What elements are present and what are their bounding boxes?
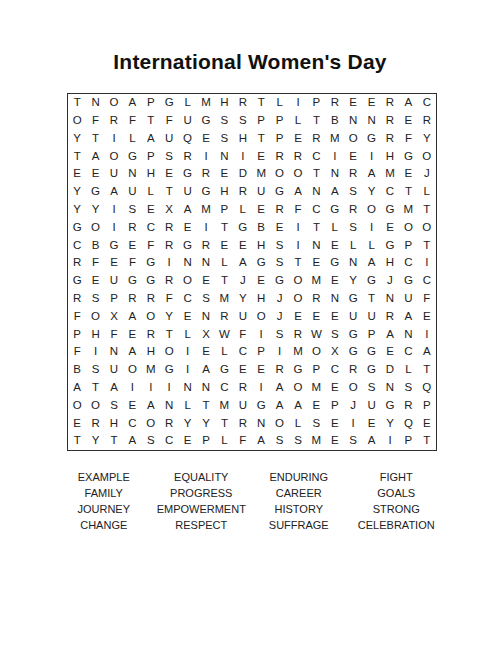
- grid-cell: S: [307, 414, 325, 432]
- grid-cell: R: [197, 236, 215, 254]
- grid-cell: U: [178, 112, 196, 130]
- grid-cell: B: [86, 236, 104, 254]
- grid-cell: O: [68, 112, 86, 130]
- grid-cell: Y: [197, 414, 215, 432]
- grid-cell: E: [344, 147, 362, 165]
- grid-cell: F: [68, 343, 86, 361]
- grid-cell: G: [381, 236, 399, 254]
- word-item: JOURNEY: [55, 501, 153, 517]
- grid-cell: E: [252, 147, 270, 165]
- grid-cell: J: [381, 272, 399, 290]
- grid-cell: H: [142, 165, 160, 183]
- grid-cell: L: [270, 94, 288, 112]
- grid-cell: O: [289, 379, 307, 397]
- grid-cell: R: [344, 201, 362, 219]
- grid-cell: N: [326, 290, 344, 308]
- grid-cell: L: [289, 414, 307, 432]
- grid-cell: N: [381, 290, 399, 308]
- grid-cell: G: [344, 343, 362, 361]
- grid-cell: F: [399, 130, 417, 148]
- grid-cell: S: [270, 254, 288, 272]
- grid-cell: A: [178, 201, 196, 219]
- grid-cell: E: [326, 379, 344, 397]
- grid-cell: G: [326, 254, 344, 272]
- grid-cell: P: [307, 361, 325, 379]
- grid-cell: G: [362, 272, 380, 290]
- grid-cell: U: [234, 397, 252, 415]
- grid-cell: E: [252, 272, 270, 290]
- grid-cell: F: [142, 236, 160, 254]
- grid-cell: O: [105, 94, 123, 112]
- grid-cell: S: [197, 290, 215, 308]
- grid-cell: S: [160, 147, 178, 165]
- grid-cell: O: [289, 165, 307, 183]
- grid-cell: T: [418, 201, 436, 219]
- grid-cell: T: [68, 432, 86, 450]
- grid-cell: A: [234, 254, 252, 272]
- grid-cell: R: [234, 379, 252, 397]
- grid-cell: R: [142, 325, 160, 343]
- grid-cell: H: [142, 343, 160, 361]
- grid-cell: E: [252, 201, 270, 219]
- grid-cell: U: [123, 183, 141, 201]
- grid-cell: O: [160, 343, 178, 361]
- grid-cell: H: [381, 147, 399, 165]
- grid-cell: J: [418, 165, 436, 183]
- grid-cell: C: [326, 361, 344, 379]
- grid-cell: T: [418, 236, 436, 254]
- grid-cell: C: [234, 343, 252, 361]
- word-list-column: FIGHTGOALSSTRONGCELEBRATION: [348, 469, 446, 533]
- grid-cell: E: [178, 432, 196, 450]
- grid-cell: G: [344, 290, 362, 308]
- grid-cell: R: [160, 236, 178, 254]
- grid-cell: E: [197, 272, 215, 290]
- grid-cell: A: [123, 343, 141, 361]
- grid-cell: T: [68, 94, 86, 112]
- grid-cell: L: [178, 325, 196, 343]
- grid-cell: S: [362, 379, 380, 397]
- grid-cell: G: [381, 201, 399, 219]
- grid-cell: S: [215, 130, 233, 148]
- grid-cell: A: [399, 94, 417, 112]
- grid-cell: I: [197, 219, 215, 237]
- grid-cell: N: [178, 379, 196, 397]
- word-item: SUFFRAGE: [250, 517, 348, 533]
- grid-cell: N: [215, 147, 233, 165]
- grid-cell: T: [215, 272, 233, 290]
- grid-cell: E: [381, 219, 399, 237]
- grid-cell: R: [86, 414, 104, 432]
- grid-cell: A: [105, 183, 123, 201]
- grid-cell: U: [234, 308, 252, 326]
- grid-cell: M: [399, 201, 417, 219]
- grid-cell: U: [105, 272, 123, 290]
- grid-cell: R: [307, 130, 325, 148]
- grid-cell: N: [197, 254, 215, 272]
- grid-cell: I: [234, 147, 252, 165]
- grid-cell: O: [142, 308, 160, 326]
- grid-cell: E: [160, 165, 178, 183]
- grid-cell: D: [381, 361, 399, 379]
- grid-cell: N: [326, 165, 344, 183]
- grid-cell: C: [418, 272, 436, 290]
- grid-cell: N: [86, 94, 104, 112]
- grid-cell: A: [399, 308, 417, 326]
- grid-cell: I: [418, 254, 436, 272]
- grid-cell: F: [86, 254, 104, 272]
- grid-cell: O: [270, 414, 288, 432]
- grid-cell: U: [252, 183, 270, 201]
- grid-cell: S: [399, 379, 417, 397]
- grid-cell: A: [326, 183, 344, 201]
- grid-cell: E: [307, 397, 325, 415]
- grid-cell: S: [142, 432, 160, 450]
- grid-cell: E: [362, 414, 380, 432]
- grid-cell: G: [270, 272, 288, 290]
- grid-cell: M: [326, 130, 344, 148]
- grid-cell: E: [68, 414, 86, 432]
- grid-cell: R: [160, 414, 178, 432]
- grid-cell: G: [252, 397, 270, 415]
- word-item: CAREER: [250, 485, 348, 501]
- grid-cell: G: [142, 254, 160, 272]
- grid-cell: Y: [362, 183, 380, 201]
- grid-cell: G: [197, 112, 215, 130]
- grid-cell: N: [399, 325, 417, 343]
- grid-cell: T: [68, 147, 86, 165]
- grid-cell: L: [362, 236, 380, 254]
- grid-cell: T: [307, 219, 325, 237]
- word-item: HISTORY: [250, 501, 348, 517]
- grid-cell: L: [326, 219, 344, 237]
- word-item: PROGRESS: [153, 485, 251, 501]
- grid-cell: G: [178, 236, 196, 254]
- grid-cell: T: [160, 183, 178, 201]
- word-item: EXAMPLE: [55, 469, 153, 485]
- word-list-column: EQUALITYPROGRESSEMPOWERMENTRESPECT: [153, 469, 251, 533]
- grid-cell: M: [215, 397, 233, 415]
- grid-cell: A: [362, 254, 380, 272]
- grid-cell: T: [252, 130, 270, 148]
- grid-cell: R: [381, 130, 399, 148]
- grid-cell: I: [252, 379, 270, 397]
- grid-cell: R: [234, 94, 252, 112]
- grid-cell: P: [307, 94, 325, 112]
- grid-cell: O: [105, 147, 123, 165]
- grid-cell: P: [399, 432, 417, 450]
- grid-cell: T: [215, 219, 233, 237]
- grid-cell: L: [418, 183, 436, 201]
- grid-cell: J: [234, 272, 252, 290]
- grid-cell: Q: [399, 414, 417, 432]
- grid-cell: G: [68, 219, 86, 237]
- grid-cell: N: [344, 254, 362, 272]
- grid-cell: Y: [68, 201, 86, 219]
- grid-cell: R: [270, 201, 288, 219]
- grid-cell: H: [252, 290, 270, 308]
- grid-cell: C: [307, 147, 325, 165]
- grid-cell: Y: [344, 272, 362, 290]
- grid-cell: A: [381, 325, 399, 343]
- grid-cell: G: [142, 272, 160, 290]
- grid-cell: C: [178, 290, 196, 308]
- grid-cell: E: [326, 308, 344, 326]
- grid-cell: E: [344, 94, 362, 112]
- grid-cell: R: [270, 147, 288, 165]
- grid-cell: G: [197, 183, 215, 201]
- grid-cell: A: [362, 432, 380, 450]
- grid-cell: O: [68, 397, 86, 415]
- grid-cell: J: [270, 308, 288, 326]
- grid-cell: B: [252, 219, 270, 237]
- puzzle-title: International Women's Day: [0, 50, 500, 74]
- grid-cell: O: [344, 130, 362, 148]
- grid-cell: P: [215, 201, 233, 219]
- grid-cell: I: [160, 379, 178, 397]
- grid-cell: L: [234, 201, 252, 219]
- grid-cell: X: [160, 201, 178, 219]
- grid-cell: N: [307, 236, 325, 254]
- grid-cell: N: [160, 397, 178, 415]
- grid-cell: E: [399, 165, 417, 183]
- grid-cell: E: [123, 236, 141, 254]
- grid-cell: T: [86, 379, 104, 397]
- grid-cell: I: [418, 325, 436, 343]
- grid-cell: I: [289, 219, 307, 237]
- grid-cell: C: [142, 219, 160, 237]
- grid-cell: O: [142, 414, 160, 432]
- word-search-grid: TNOAPGLMHRTLIPREERACOFRFTFUGSSPPLTBNNRER…: [67, 93, 437, 451]
- grid-cell: O: [86, 219, 104, 237]
- grid-cell: Y: [381, 414, 399, 432]
- grid-cell: R: [197, 165, 215, 183]
- grid-cell: Y: [86, 432, 104, 450]
- grid-cell: I: [381, 432, 399, 450]
- grid-cell: E: [381, 343, 399, 361]
- grid-cell: Y: [160, 308, 178, 326]
- grid-cell: L: [215, 432, 233, 450]
- grid-cell: I: [197, 147, 215, 165]
- grid-cell: G: [362, 130, 380, 148]
- grid-cell: E: [197, 130, 215, 148]
- grid-cell: O: [344, 379, 362, 397]
- grid-cell: E: [105, 254, 123, 272]
- grid-cell: P: [252, 343, 270, 361]
- grid-cell: H: [215, 183, 233, 201]
- grid-cell: E: [68, 165, 86, 183]
- word-item: FAMILY: [55, 485, 153, 501]
- grid-cell: T: [418, 361, 436, 379]
- grid-cell: M: [289, 343, 307, 361]
- grid-cell: A: [362, 165, 380, 183]
- grid-cell: F: [234, 325, 252, 343]
- grid-cell: P: [399, 236, 417, 254]
- grid-cell: X: [326, 343, 344, 361]
- grid-cell: R: [381, 308, 399, 326]
- grid-cell: Q: [418, 379, 436, 397]
- grid-cell: A: [123, 94, 141, 112]
- grid-cell: N: [105, 343, 123, 361]
- grid-cell: A: [123, 308, 141, 326]
- grid-cell: G: [270, 183, 288, 201]
- grid-cell: O: [418, 219, 436, 237]
- grid-cell: C: [307, 201, 325, 219]
- grid-cell: P: [105, 290, 123, 308]
- grid-cell: T: [142, 112, 160, 130]
- grid-cell: M: [307, 272, 325, 290]
- grid-cell: O: [289, 290, 307, 308]
- grid-cell: A: [142, 130, 160, 148]
- grid-cell: I: [289, 236, 307, 254]
- grid-cell: S: [344, 183, 362, 201]
- grid-cell: G: [344, 325, 362, 343]
- grid-cell: M: [142, 361, 160, 379]
- grid-cell: S: [344, 432, 362, 450]
- grid-cell: T: [307, 165, 325, 183]
- grid-cell: T: [418, 432, 436, 450]
- word-list-column: ENDURINGCAREERHISTORYSUFFRAGE: [250, 469, 348, 533]
- grid-cell: T: [252, 94, 270, 112]
- grid-cell: L: [399, 361, 417, 379]
- grid-cell: T: [160, 325, 178, 343]
- grid-cell: E: [326, 272, 344, 290]
- grid-cell: E: [178, 308, 196, 326]
- grid-cell: O: [86, 308, 104, 326]
- grid-cell: L: [178, 397, 196, 415]
- grid-cell: X: [105, 308, 123, 326]
- grid-cell: O: [123, 361, 141, 379]
- grid-cell: E: [399, 112, 417, 130]
- grid-cell: O: [289, 272, 307, 290]
- grid-cell: E: [307, 254, 325, 272]
- grid-cell: I: [344, 414, 362, 432]
- grid-cell: I: [289, 94, 307, 112]
- grid-cell: A: [68, 379, 86, 397]
- grid-cell: C: [381, 183, 399, 201]
- word-item: ENDURING: [250, 469, 348, 485]
- grid-cell: E: [270, 219, 288, 237]
- grid-cell: C: [399, 343, 417, 361]
- grid-cell: A: [123, 432, 141, 450]
- grid-cell: G: [160, 361, 178, 379]
- grid-cell: U: [160, 130, 178, 148]
- grid-cell: R: [418, 112, 436, 130]
- grid-cell: I: [178, 343, 196, 361]
- grid-cell: Y: [418, 130, 436, 148]
- grid-cell: A: [86, 147, 104, 165]
- grid-cell: H: [252, 236, 270, 254]
- grid-cell: F: [68, 308, 86, 326]
- grid-cell: R: [160, 272, 178, 290]
- grid-cell: N: [344, 112, 362, 130]
- grid-cell: O: [86, 397, 104, 415]
- grid-cell: I: [252, 325, 270, 343]
- grid-cell: Y: [178, 414, 196, 432]
- grid-cell: R: [123, 290, 141, 308]
- word-item: FIGHT: [348, 469, 446, 485]
- grid-cell: F: [123, 112, 141, 130]
- grid-cell: E: [289, 130, 307, 148]
- grid-cell: P: [326, 397, 344, 415]
- grid-cell: E: [234, 361, 252, 379]
- grid-cell: E: [178, 219, 196, 237]
- grid-cell: N: [197, 308, 215, 326]
- grid-cell: S: [344, 219, 362, 237]
- grid-cell: W: [307, 325, 325, 343]
- grid-cell: O: [252, 308, 270, 326]
- grid-cell: I: [270, 343, 288, 361]
- grid-cell: E: [362, 94, 380, 112]
- grid-cell: G: [86, 183, 104, 201]
- grid-cell: F: [418, 290, 436, 308]
- grid-cell: S: [86, 290, 104, 308]
- grid-cell: L: [215, 343, 233, 361]
- grid-cell: Y: [86, 201, 104, 219]
- grid-cell: X: [197, 325, 215, 343]
- grid-cell: S: [215, 112, 233, 130]
- grid-cell: E: [326, 432, 344, 450]
- grid-cell: I: [142, 379, 160, 397]
- grid-cell: T: [399, 183, 417, 201]
- grid-cell: R: [215, 308, 233, 326]
- grid-cell: R: [326, 94, 344, 112]
- grid-cell: I: [105, 130, 123, 148]
- grid-cell: M: [252, 165, 270, 183]
- grid-cell: U: [399, 290, 417, 308]
- word-item: RESPECT: [153, 517, 251, 533]
- word-list-column: EXAMPLEFAMILYJOURNEYCHANGE: [55, 469, 153, 533]
- grid-cell: N: [178, 254, 196, 272]
- grid-cell: E: [86, 165, 104, 183]
- grid-cell: A: [142, 397, 160, 415]
- grid-cell: T: [86, 130, 104, 148]
- grid-cell: I: [326, 147, 344, 165]
- grid-cell: R: [68, 290, 86, 308]
- puzzle-page: International Women's Day TNOAPGLMHRTLIP…: [0, 0, 500, 647]
- grid-cell: L: [142, 183, 160, 201]
- word-item: STRONG: [348, 501, 446, 517]
- grid-cell: R: [289, 325, 307, 343]
- grid-cell: G: [362, 343, 380, 361]
- grid-cell: U: [178, 183, 196, 201]
- word-item: EQUALITY: [153, 469, 251, 485]
- grid-cell: O: [399, 219, 417, 237]
- grid-cell: J: [270, 290, 288, 308]
- grid-cell: W: [215, 325, 233, 343]
- grid-cell: R: [344, 361, 362, 379]
- grid-cell: H: [215, 94, 233, 112]
- grid-cell: P: [270, 112, 288, 130]
- word-item: EMPOWERMENT: [153, 501, 251, 517]
- grid-cell: I: [105, 201, 123, 219]
- grid-cell: O: [307, 343, 325, 361]
- grid-cell: A: [289, 397, 307, 415]
- grid-cell: C: [418, 94, 436, 112]
- grid-cell: N: [123, 165, 141, 183]
- grid-cell: L: [178, 94, 196, 112]
- grid-cell: P: [142, 94, 160, 112]
- grid-cell: Y: [234, 290, 252, 308]
- grid-cell: A: [270, 397, 288, 415]
- grid-cell: C: [68, 236, 86, 254]
- grid-cell: S: [270, 432, 288, 450]
- grid-cell: S: [105, 397, 123, 415]
- grid-cell: F: [234, 432, 252, 450]
- grid-cell: R: [399, 397, 417, 415]
- grid-cell: S: [234, 112, 252, 130]
- grid-cell: E: [123, 325, 141, 343]
